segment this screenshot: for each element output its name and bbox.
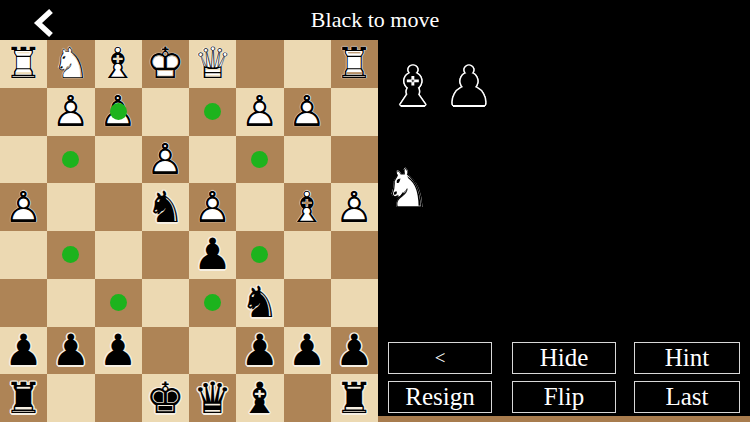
last-button[interactable]: Last bbox=[634, 381, 740, 413]
square-d1[interactable]: ♛♕ bbox=[189, 40, 236, 88]
legal-move-dot bbox=[62, 246, 79, 263]
square-a8[interactable]: ♜ bbox=[331, 374, 378, 422]
square-b5[interactable] bbox=[284, 231, 331, 279]
black-pawn: ♟ bbox=[236, 327, 283, 375]
square-h4[interactable]: ♟♙ bbox=[0, 183, 47, 231]
square-g1[interactable]: ♞♘ bbox=[47, 40, 94, 88]
square-d4[interactable]: ♟♙ bbox=[189, 183, 236, 231]
white-pawn: ♟♙ bbox=[142, 136, 189, 184]
square-e8[interactable]: ♚ bbox=[142, 374, 189, 422]
square-c3[interactable] bbox=[236, 136, 283, 184]
black-knight: ♞ bbox=[142, 183, 189, 231]
square-f5[interactable] bbox=[95, 231, 142, 279]
hide-button[interactable]: Hide bbox=[512, 342, 616, 374]
black-pawn: ♟ bbox=[47, 327, 94, 375]
white-pawn: ♟♙ bbox=[189, 183, 236, 231]
square-e7[interactable] bbox=[142, 327, 189, 375]
square-d6[interactable] bbox=[189, 279, 236, 327]
step-back-button[interactable]: < bbox=[388, 342, 492, 374]
legal-move-dot bbox=[110, 103, 127, 120]
square-a4[interactable]: ♟♙ bbox=[331, 183, 378, 231]
square-e5[interactable] bbox=[142, 231, 189, 279]
square-b8[interactable] bbox=[284, 374, 331, 422]
square-g3[interactable] bbox=[47, 136, 94, 184]
square-f6[interactable] bbox=[95, 279, 142, 327]
square-c2[interactable]: ♟♙ bbox=[236, 88, 283, 136]
square-f1[interactable]: ♝♗ bbox=[95, 40, 142, 88]
square-d3[interactable] bbox=[189, 136, 236, 184]
black-bishop: ♝ bbox=[236, 374, 283, 422]
header: Black to move bbox=[0, 0, 750, 40]
black-queen: ♛ bbox=[189, 374, 236, 422]
square-a7[interactable]: ♟ bbox=[331, 327, 378, 375]
square-b6[interactable] bbox=[284, 279, 331, 327]
black-pawn: ♟ bbox=[284, 327, 331, 375]
square-b1[interactable] bbox=[284, 40, 331, 88]
square-b7[interactable]: ♟ bbox=[284, 327, 331, 375]
square-b3[interactable] bbox=[284, 136, 331, 184]
square-c4[interactable] bbox=[236, 183, 283, 231]
black-knight: ♞ bbox=[236, 279, 283, 327]
black-king: ♚ bbox=[142, 374, 189, 422]
square-a3[interactable] bbox=[331, 136, 378, 184]
square-a2[interactable] bbox=[331, 88, 378, 136]
square-c1[interactable] bbox=[236, 40, 283, 88]
white-pawn: ♟♙ bbox=[331, 183, 378, 231]
legal-move-dot bbox=[251, 246, 268, 263]
resign-button[interactable]: Resign bbox=[388, 381, 492, 413]
square-h6[interactable] bbox=[0, 279, 47, 327]
square-c5[interactable] bbox=[236, 231, 283, 279]
square-c6[interactable]: ♞ bbox=[236, 279, 283, 327]
square-d5[interactable]: ♟ bbox=[189, 231, 236, 279]
square-e6[interactable] bbox=[142, 279, 189, 327]
black-rook: ♜ bbox=[0, 374, 47, 422]
hint-button[interactable]: Hint bbox=[634, 342, 740, 374]
white-rook: ♜♖ bbox=[0, 40, 47, 88]
white-knight: ♞♘ bbox=[47, 40, 94, 88]
black-pawn: ♟ bbox=[189, 231, 236, 279]
square-h5[interactable] bbox=[0, 231, 47, 279]
square-g6[interactable] bbox=[47, 279, 94, 327]
square-b2[interactable]: ♟♙ bbox=[284, 88, 331, 136]
chess-board: ♜♖♞♘♝♗♚♔♛♕♜♖♟♙♟♙♟♙♟♙♟♙♟♙♞♟♙♝♗♟♙♟♞♟♟♟♟♟♟♜… bbox=[0, 40, 378, 422]
square-d2[interactable] bbox=[189, 88, 236, 136]
black-pawn: ♟ bbox=[331, 327, 378, 375]
square-d7[interactable] bbox=[189, 327, 236, 375]
square-g5[interactable] bbox=[47, 231, 94, 279]
square-g4[interactable] bbox=[47, 183, 94, 231]
captured-black-pawn: ♟ bbox=[441, 56, 497, 114]
captured-white-knight: ♞♘ bbox=[379, 156, 435, 216]
square-e4[interactable]: ♞ bbox=[142, 183, 189, 231]
square-e3[interactable]: ♟♙ bbox=[142, 136, 189, 184]
square-g2[interactable]: ♟♙ bbox=[47, 88, 94, 136]
white-pawn: ♟♙ bbox=[284, 88, 331, 136]
square-c8[interactable]: ♝ bbox=[236, 374, 283, 422]
square-h2[interactable] bbox=[0, 88, 47, 136]
square-f3[interactable] bbox=[95, 136, 142, 184]
white-pawn: ♟♙ bbox=[236, 88, 283, 136]
square-h8[interactable]: ♜ bbox=[0, 374, 47, 422]
square-e1[interactable]: ♚♔ bbox=[142, 40, 189, 88]
square-b4[interactable]: ♝♗ bbox=[284, 183, 331, 231]
white-pawn: ♟♙ bbox=[47, 88, 94, 136]
captured-black-bishop: ♝ bbox=[385, 56, 441, 114]
page-title: Black to move bbox=[0, 0, 750, 40]
square-e2[interactable] bbox=[142, 88, 189, 136]
square-h3[interactable] bbox=[0, 136, 47, 184]
white-king: ♚♔ bbox=[142, 40, 189, 88]
captured-by-white-tray: ♝♟ bbox=[385, 56, 497, 114]
square-a5[interactable] bbox=[331, 231, 378, 279]
flip-button[interactable]: Flip bbox=[512, 381, 616, 413]
white-rook: ♜♖ bbox=[331, 40, 378, 88]
black-pawn: ♟ bbox=[95, 327, 142, 375]
square-h1[interactable]: ♜♖ bbox=[0, 40, 47, 88]
white-queen: ♛♕ bbox=[189, 40, 236, 88]
square-g7[interactable]: ♟ bbox=[47, 327, 94, 375]
legal-move-dot bbox=[204, 294, 221, 311]
square-a6[interactable] bbox=[331, 279, 378, 327]
square-f2[interactable]: ♟♙ bbox=[95, 88, 142, 136]
bottom-edge-strip bbox=[378, 416, 750, 422]
legal-move-dot bbox=[62, 151, 79, 168]
square-f4[interactable] bbox=[95, 183, 142, 231]
black-pawn: ♟ bbox=[0, 327, 47, 375]
legal-move-dot bbox=[204, 103, 221, 120]
white-bishop: ♝♗ bbox=[95, 40, 142, 88]
square-a1[interactable]: ♜♖ bbox=[331, 40, 378, 88]
captured-by-black-tray: ♞♘ bbox=[379, 156, 435, 216]
square-h7[interactable]: ♟ bbox=[0, 327, 47, 375]
legal-move-dot bbox=[251, 151, 268, 168]
legal-move-dot bbox=[110, 294, 127, 311]
square-g8[interactable] bbox=[47, 374, 94, 422]
black-rook: ♜ bbox=[331, 374, 378, 422]
white-pawn: ♟♙ bbox=[0, 183, 47, 231]
square-f8[interactable] bbox=[95, 374, 142, 422]
square-c7[interactable]: ♟ bbox=[236, 327, 283, 375]
square-f7[interactable]: ♟ bbox=[95, 327, 142, 375]
white-bishop: ♝♗ bbox=[284, 183, 331, 231]
square-d8[interactable]: ♛ bbox=[189, 374, 236, 422]
